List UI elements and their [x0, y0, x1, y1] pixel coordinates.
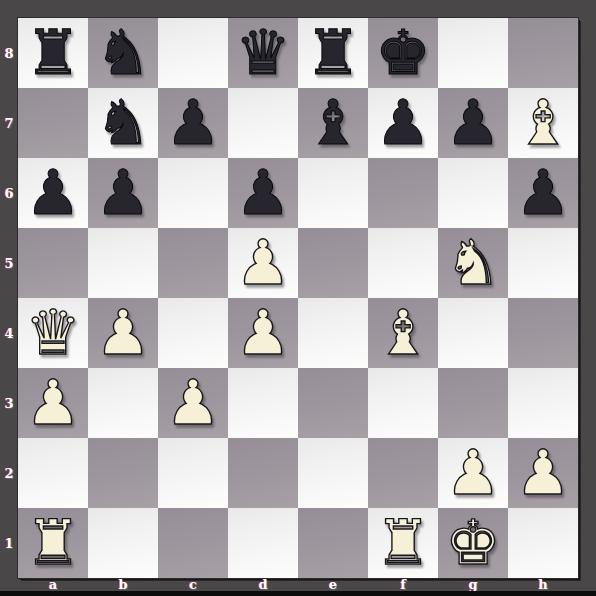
- black-queen[interactable]: ♛: [235, 18, 291, 88]
- square-c2[interactable]: [158, 438, 228, 508]
- square-a3[interactable]: ♟: [18, 368, 88, 438]
- square-h5[interactable]: [508, 228, 578, 298]
- rank-label-4: 4: [0, 298, 18, 368]
- square-h3[interactable]: [508, 368, 578, 438]
- square-d7[interactable]: [228, 88, 298, 158]
- rank-label-6: 6: [0, 158, 18, 228]
- file-label-c: c: [158, 578, 228, 591]
- square-g6[interactable]: [438, 158, 508, 228]
- white-pawn[interactable]: ♟: [235, 298, 291, 368]
- square-h1[interactable]: [508, 508, 578, 578]
- square-c4[interactable]: [158, 298, 228, 368]
- black-pawn[interactable]: ♟: [25, 158, 81, 228]
- square-a7[interactable]: [18, 88, 88, 158]
- rank-label-1: 1: [0, 508, 18, 578]
- black-pawn[interactable]: ♟: [515, 158, 571, 228]
- rank-labels: 87654321: [0, 18, 18, 578]
- square-e7[interactable]: ♝: [298, 88, 368, 158]
- square-a6[interactable]: ♟: [18, 158, 88, 228]
- square-e4[interactable]: [298, 298, 368, 368]
- file-label-h: h: [508, 578, 578, 591]
- black-knight[interactable]: ♞: [95, 88, 151, 158]
- black-pawn[interactable]: ♟: [165, 88, 221, 158]
- square-b6[interactable]: ♟: [88, 158, 158, 228]
- white-bishop[interactable]: ♝: [515, 88, 571, 158]
- square-d8[interactable]: ♛: [228, 18, 298, 88]
- file-label-e: e: [298, 578, 368, 591]
- chess-widget: 87654321 ♜♞♛♜♚♞♟♝♟♟♝♟♟♟♟♟♞♛♟♟♝♟♟♟♟♜♜♚ ab…: [0, 0, 596, 596]
- square-c5[interactable]: [158, 228, 228, 298]
- square-f7[interactable]: ♟: [368, 88, 438, 158]
- white-knight[interactable]: ♞: [445, 228, 501, 298]
- square-h2[interactable]: ♟: [508, 438, 578, 508]
- square-e8[interactable]: ♜: [298, 18, 368, 88]
- square-a8[interactable]: ♜: [18, 18, 88, 88]
- square-d2[interactable]: [228, 438, 298, 508]
- square-g3[interactable]: [438, 368, 508, 438]
- black-rook[interactable]: ♜: [25, 18, 81, 88]
- square-d6[interactable]: ♟: [228, 158, 298, 228]
- square-c7[interactable]: ♟: [158, 88, 228, 158]
- square-h4[interactable]: [508, 298, 578, 368]
- white-pawn[interactable]: ♟: [445, 438, 501, 508]
- square-e6[interactable]: [298, 158, 368, 228]
- rank-label-5: 5: [0, 228, 18, 298]
- square-f3[interactable]: [368, 368, 438, 438]
- square-e3[interactable]: [298, 368, 368, 438]
- square-a4[interactable]: ♛: [18, 298, 88, 368]
- square-g4[interactable]: [438, 298, 508, 368]
- white-rook[interactable]: ♜: [25, 508, 81, 578]
- square-c3[interactable]: ♟: [158, 368, 228, 438]
- square-c1[interactable]: [158, 508, 228, 578]
- square-g2[interactable]: ♟: [438, 438, 508, 508]
- square-d3[interactable]: [228, 368, 298, 438]
- square-f2[interactable]: [368, 438, 438, 508]
- square-e2[interactable]: [298, 438, 368, 508]
- square-d1[interactable]: [228, 508, 298, 578]
- file-label-b: b: [88, 578, 158, 591]
- file-label-f: f: [368, 578, 438, 591]
- black-king[interactable]: ♚: [375, 18, 431, 88]
- square-b7[interactable]: ♞: [88, 88, 158, 158]
- chess-board: ♜♞♛♜♚♞♟♝♟♟♝♟♟♟♟♟♞♛♟♟♝♟♟♟♟♜♜♚: [18, 18, 578, 578]
- black-bishop[interactable]: ♝: [305, 88, 361, 158]
- rank-label-8: 8: [0, 18, 18, 88]
- black-pawn[interactable]: ♟: [235, 158, 291, 228]
- square-c8[interactable]: [158, 18, 228, 88]
- square-f5[interactable]: [368, 228, 438, 298]
- square-h8[interactable]: [508, 18, 578, 88]
- square-g5[interactable]: ♞: [438, 228, 508, 298]
- square-d4[interactable]: ♟: [228, 298, 298, 368]
- file-label-a: a: [18, 578, 88, 591]
- rank-label-2: 2: [0, 438, 18, 508]
- white-pawn[interactable]: ♟: [25, 368, 81, 438]
- white-pawn[interactable]: ♟: [235, 228, 291, 298]
- square-f1[interactable]: ♜: [368, 508, 438, 578]
- square-a5[interactable]: [18, 228, 88, 298]
- white-queen[interactable]: ♛: [25, 298, 81, 368]
- square-g1[interactable]: ♚: [438, 508, 508, 578]
- bottom-bar: [0, 591, 596, 596]
- rank-label-3: 3: [0, 368, 18, 438]
- white-pawn[interactable]: ♟: [95, 298, 151, 368]
- black-pawn[interactable]: ♟: [375, 88, 431, 158]
- square-b4[interactable]: ♟: [88, 298, 158, 368]
- square-g8[interactable]: [438, 18, 508, 88]
- file-label-g: g: [438, 578, 508, 591]
- white-rook[interactable]: ♜: [375, 508, 431, 578]
- square-d5[interactable]: ♟: [228, 228, 298, 298]
- square-a1[interactable]: ♜: [18, 508, 88, 578]
- black-pawn[interactable]: ♟: [445, 88, 501, 158]
- square-b8[interactable]: ♞: [88, 18, 158, 88]
- square-h6[interactable]: ♟: [508, 158, 578, 228]
- white-king[interactable]: ♚: [445, 508, 501, 578]
- square-f6[interactable]: [368, 158, 438, 228]
- black-pawn[interactable]: ♟: [95, 158, 151, 228]
- square-h7[interactable]: ♝: [508, 88, 578, 158]
- square-e1[interactable]: [298, 508, 368, 578]
- square-c6[interactable]: [158, 158, 228, 228]
- square-a2[interactable]: [18, 438, 88, 508]
- square-e5[interactable]: [298, 228, 368, 298]
- white-bishop[interactable]: ♝: [375, 298, 431, 368]
- square-g7[interactable]: ♟: [438, 88, 508, 158]
- black-knight[interactable]: ♞: [95, 18, 151, 88]
- square-b3[interactable]: [88, 368, 158, 438]
- file-label-d: d: [228, 578, 298, 591]
- square-b1[interactable]: [88, 508, 158, 578]
- black-rook[interactable]: ♜: [305, 18, 361, 88]
- square-f8[interactable]: ♚: [368, 18, 438, 88]
- square-b2[interactable]: [88, 438, 158, 508]
- rank-label-7: 7: [0, 88, 18, 158]
- square-b5[interactable]: [88, 228, 158, 298]
- white-pawn[interactable]: ♟: [165, 368, 221, 438]
- square-f4[interactable]: ♝: [368, 298, 438, 368]
- white-pawn[interactable]: ♟: [515, 438, 571, 508]
- file-labels: abcdefgh: [18, 578, 578, 591]
